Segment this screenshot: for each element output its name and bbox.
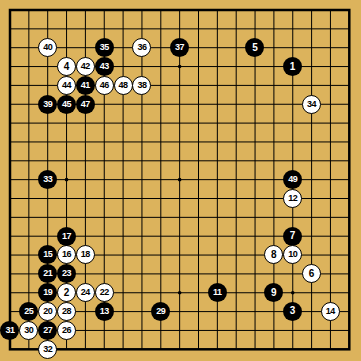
- white-stone[interactable]: 16: [57, 245, 76, 264]
- white-stone[interactable]: 24: [76, 283, 95, 302]
- black-stone[interactable]: 29: [151, 302, 170, 321]
- black-stone[interactable]: 15: [38, 245, 57, 264]
- black-stone[interactable]: 5: [245, 38, 264, 57]
- white-stone[interactable]: 26: [57, 321, 76, 340]
- white-stone[interactable]: 34: [302, 95, 321, 114]
- white-stone[interactable]: 30: [19, 321, 38, 340]
- white-stone[interactable]: 40: [38, 38, 57, 57]
- white-stone[interactable]: 18: [76, 245, 95, 264]
- black-stone[interactable]: 39: [38, 95, 57, 114]
- black-stone[interactable]: 41: [76, 76, 95, 95]
- black-stone[interactable]: 37: [170, 38, 189, 57]
- black-stone[interactable]: 11: [208, 283, 227, 302]
- black-stone[interactable]: 35: [95, 38, 114, 57]
- black-stone[interactable]: 43: [95, 57, 114, 76]
- black-stone[interactable]: 19: [38, 283, 57, 302]
- black-stone[interactable]: 21: [38, 264, 57, 283]
- black-stone[interactable]: 25: [19, 302, 38, 321]
- white-stone[interactable]: 32: [38, 340, 57, 359]
- white-stone[interactable]: 8: [264, 245, 283, 264]
- white-stone[interactable]: 38: [132, 76, 151, 95]
- go-board: 1234567891011121314151617181920212223242…: [0, 0, 361, 361]
- white-stone[interactable]: 48: [114, 76, 133, 95]
- black-stone[interactable]: 47: [76, 95, 95, 114]
- stones-grid: 1234567891011121314151617181920212223242…: [1, 1, 359, 359]
- black-stone[interactable]: 9: [264, 283, 283, 302]
- white-stone[interactable]: 20: [38, 302, 57, 321]
- white-stone[interactable]: 42: [76, 57, 95, 76]
- black-stone[interactable]: 45: [57, 95, 76, 114]
- black-stone[interactable]: 33: [38, 170, 57, 189]
- black-stone[interactable]: 1: [283, 57, 302, 76]
- black-stone[interactable]: 3: [283, 302, 302, 321]
- white-stone[interactable]: 12: [283, 189, 302, 208]
- white-stone[interactable]: 44: [57, 76, 76, 95]
- black-stone[interactable]: 23: [57, 264, 76, 283]
- white-stone[interactable]: 28: [57, 302, 76, 321]
- white-stone[interactable]: 10: [283, 245, 302, 264]
- white-stone[interactable]: 2: [57, 283, 76, 302]
- white-stone[interactable]: 6: [302, 264, 321, 283]
- black-stone[interactable]: 31: [0, 321, 19, 340]
- black-stone[interactable]: 27: [38, 321, 57, 340]
- black-stone[interactable]: 17: [57, 227, 76, 246]
- black-stone[interactable]: 49: [283, 170, 302, 189]
- black-stone[interactable]: 7: [283, 227, 302, 246]
- white-stone[interactable]: 46: [95, 76, 114, 95]
- white-stone[interactable]: 36: [132, 38, 151, 57]
- black-stone[interactable]: 13: [95, 302, 114, 321]
- white-stone[interactable]: 14: [321, 302, 340, 321]
- white-stone[interactable]: 22: [95, 283, 114, 302]
- white-stone[interactable]: 4: [57, 57, 76, 76]
